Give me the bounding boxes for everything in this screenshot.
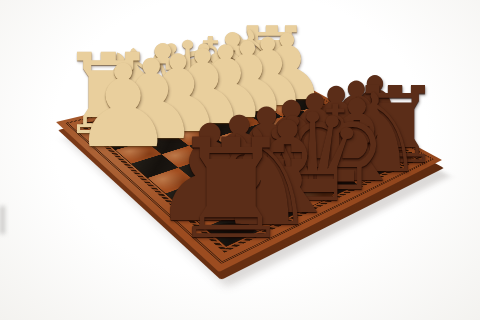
chess-set-photo: ♜♞♝♛♚♝♞♜♟♟♟♟♟♟♟♟♟♟♟♟♟♟♟♟♜♞♝♛♚♝♞♜ xyxy=(0,0,480,320)
photo-edge-artifact xyxy=(0,206,5,234)
piece-black-rook-a8[interactable]: ♜ xyxy=(169,121,293,259)
